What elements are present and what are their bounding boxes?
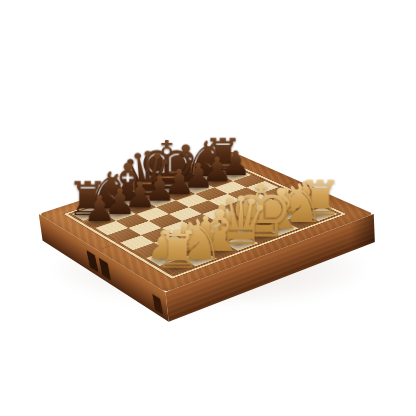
square-e2: ♟ [229,221,263,236]
product-photo-scene: ♜♞♝♛♚♝♞♜♟♟♟♟♟♟♟♟♟♟♟♟♟♟♟♟♜♞♝♛♚♝♞♜ [0,0,416,416]
